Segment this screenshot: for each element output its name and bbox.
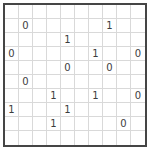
cell-r3c7-empty[interactable] (89, 33, 103, 47)
cell-r4c1-given-0[interactable]: 0 (5, 47, 19, 61)
cell-r4c8-empty[interactable] (103, 47, 117, 61)
cell-r6c4-empty[interactable] (47, 75, 61, 89)
cell-r3c6-empty[interactable] (75, 33, 89, 47)
cell-r1c10-empty[interactable] (131, 5, 145, 19)
cell-r4c4-empty[interactable] (47, 47, 61, 61)
cell-r7c3-empty[interactable] (33, 89, 47, 103)
cell-r8c3-empty[interactable] (33, 103, 47, 117)
cell-r3c2-empty[interactable] (19, 33, 33, 47)
cell-r5c1-empty[interactable] (5, 61, 19, 75)
cell-r10c10-empty[interactable] (131, 131, 145, 145)
cell-r2c3-empty[interactable] (33, 19, 47, 33)
cell-r2c7-empty[interactable] (89, 19, 103, 33)
cell-r6c10-empty[interactable] (131, 75, 145, 89)
cell-r7c4-given-1[interactable]: 1 (47, 89, 61, 103)
cell-r6c7-empty[interactable] (89, 75, 103, 89)
cell-r7c8-empty[interactable] (103, 89, 117, 103)
cell-r6c8-empty[interactable] (103, 75, 117, 89)
cell-r4c3-empty[interactable] (33, 47, 47, 61)
cell-r5c7-empty[interactable] (89, 61, 103, 75)
cell-r9c7-empty[interactable] (89, 117, 103, 131)
cell-r9c6-empty[interactable] (75, 117, 89, 131)
cell-r8c10-empty[interactable] (131, 103, 145, 117)
cell-r7c6-empty[interactable] (75, 89, 89, 103)
cell-r7c10-given-0[interactable]: 0 (131, 89, 145, 103)
cell-r8c9-empty[interactable] (117, 103, 131, 117)
cell-r4c5-empty[interactable] (61, 47, 75, 61)
cell-r8c7-empty[interactable] (89, 103, 103, 117)
cell-r5c2-empty[interactable] (19, 61, 33, 75)
cell-r3c3-empty[interactable] (33, 33, 47, 47)
cell-r7c2-empty[interactable] (19, 89, 33, 103)
cell-r4c10-given-0[interactable]: 0 (131, 47, 145, 61)
cell-r2c4-empty[interactable] (47, 19, 61, 33)
cell-r7c5-empty[interactable] (61, 89, 75, 103)
cell-r3c1-empty[interactable] (5, 33, 19, 47)
cell-r5c9-empty[interactable] (117, 61, 131, 75)
cell-r10c1-empty[interactable] (5, 131, 19, 145)
cell-r6c6-empty[interactable] (75, 75, 89, 89)
puzzle-board: 0110100001101110 (3, 3, 147, 147)
cell-r6c2-given-0[interactable]: 0 (19, 75, 33, 89)
cell-r10c9-empty[interactable] (117, 131, 131, 145)
cell-r2c10-empty[interactable] (131, 19, 145, 33)
cell-r6c9-empty[interactable] (117, 75, 131, 89)
cell-r9c1-empty[interactable] (5, 117, 19, 131)
cell-r9c2-empty[interactable] (19, 117, 33, 131)
cell-r10c5-empty[interactable] (61, 131, 75, 145)
cell-r5c3-empty[interactable] (33, 61, 47, 75)
cell-r2c1-empty[interactable] (5, 19, 19, 33)
cell-r9c10-empty[interactable] (131, 117, 145, 131)
cell-r8c2-empty[interactable] (19, 103, 33, 117)
cell-r6c5-empty[interactable] (61, 75, 75, 89)
cell-r5c8-given-0[interactable]: 0 (103, 61, 117, 75)
cell-r8c1-given-1[interactable]: 1 (5, 103, 19, 117)
cell-r2c8-given-1[interactable]: 1 (103, 19, 117, 33)
cell-r10c6-empty[interactable] (75, 131, 89, 145)
cell-r10c3-empty[interactable] (33, 131, 47, 145)
cell-r9c3-empty[interactable] (33, 117, 47, 131)
cell-r10c8-empty[interactable] (103, 131, 117, 145)
puzzle-screen: 0110100001101110 (0, 0, 150, 150)
cell-r1c1-empty[interactable] (5, 5, 19, 19)
cell-r3c8-empty[interactable] (103, 33, 117, 47)
cell-r1c3-empty[interactable] (33, 5, 47, 19)
cell-r3c5-given-1[interactable]: 1 (61, 33, 75, 47)
cell-r2c6-empty[interactable] (75, 19, 89, 33)
cell-r5c5-given-0[interactable]: 0 (61, 61, 75, 75)
cell-r1c4-empty[interactable] (47, 5, 61, 19)
cell-r10c4-empty[interactable] (47, 131, 61, 145)
cell-r1c9-empty[interactable] (117, 5, 131, 19)
cell-r1c7-empty[interactable] (89, 5, 103, 19)
cell-r2c5-empty[interactable] (61, 19, 75, 33)
cell-r9c9-given-0[interactable]: 0 (117, 117, 131, 131)
cell-r4c6-empty[interactable] (75, 47, 89, 61)
cell-r1c5-empty[interactable] (61, 5, 75, 19)
cell-r4c9-empty[interactable] (117, 47, 131, 61)
cell-r8c6-empty[interactable] (75, 103, 89, 117)
cell-r6c1-empty[interactable] (5, 75, 19, 89)
cell-r5c4-empty[interactable] (47, 61, 61, 75)
cell-r2c9-empty[interactable] (117, 19, 131, 33)
cell-r8c5-given-1[interactable]: 1 (61, 103, 75, 117)
cell-r10c7-empty[interactable] (89, 131, 103, 145)
cell-r7c1-empty[interactable] (5, 89, 19, 103)
cell-r7c7-given-1[interactable]: 1 (89, 89, 103, 103)
cell-r1c8-empty[interactable] (103, 5, 117, 19)
cell-r1c6-empty[interactable] (75, 5, 89, 19)
cell-r2c2-given-0[interactable]: 0 (19, 19, 33, 33)
cell-r4c7-given-1[interactable]: 1 (89, 47, 103, 61)
cell-r9c5-empty[interactable] (61, 117, 75, 131)
cell-r4c2-empty[interactable] (19, 47, 33, 61)
cell-r3c10-empty[interactable] (131, 33, 145, 47)
cell-r7c9-empty[interactable] (117, 89, 131, 103)
cell-r3c9-empty[interactable] (117, 33, 131, 47)
cell-r1c2-empty[interactable] (19, 5, 33, 19)
cell-r5c6-empty[interactable] (75, 61, 89, 75)
cell-r8c8-empty[interactable] (103, 103, 117, 117)
cell-r10c2-empty[interactable] (19, 131, 33, 145)
cell-r9c8-empty[interactable] (103, 117, 117, 131)
cell-r5c10-empty[interactable] (131, 61, 145, 75)
cell-r9c4-given-1[interactable]: 1 (47, 117, 61, 131)
cell-r6c3-empty[interactable] (33, 75, 47, 89)
cell-r8c4-empty[interactable] (47, 103, 61, 117)
cell-r3c4-empty[interactable] (47, 33, 61, 47)
